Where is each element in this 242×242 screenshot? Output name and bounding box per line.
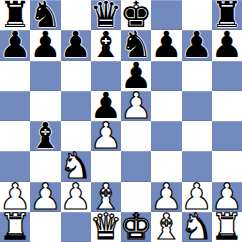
square-g3[interactable] <box>182 151 212 181</box>
square-b1[interactable] <box>30 212 60 242</box>
piece-white-pawn[interactable]: ♟ <box>91 121 121 151</box>
square-f3[interactable] <box>151 151 181 181</box>
square-f2[interactable]: ♟ <box>151 182 181 212</box>
square-f4[interactable] <box>151 121 181 151</box>
square-g2[interactable]: ♟ <box>182 182 212 212</box>
square-f6[interactable] <box>151 61 181 91</box>
piece-white-pawn[interactable]: ♟ <box>61 182 91 212</box>
piece-black-king[interactable]: ♚ <box>121 0 151 30</box>
square-g8[interactable] <box>182 0 212 30</box>
piece-black-pawn[interactable]: ♟ <box>151 30 181 60</box>
square-d8[interactable]: ♛ <box>91 0 121 30</box>
piece-white-pawn[interactable]: ♟ <box>212 182 242 212</box>
piece-black-rook[interactable]: ♜ <box>212 0 242 30</box>
square-h5[interactable] <box>212 91 242 121</box>
piece-black-pawn[interactable]: ♟ <box>30 30 60 60</box>
square-a4[interactable] <box>0 121 30 151</box>
piece-black-pawn[interactable]: ♟ <box>212 30 242 60</box>
square-c6[interactable] <box>61 61 91 91</box>
piece-white-bishop[interactable]: ♝ <box>91 182 121 212</box>
square-h7[interactable]: ♟ <box>212 30 242 60</box>
square-h4[interactable] <box>212 121 242 151</box>
piece-white-knight[interactable]: ♞ <box>182 212 212 242</box>
piece-white-rook[interactable]: ♜ <box>212 212 242 242</box>
square-f8[interactable] <box>151 0 181 30</box>
square-e8[interactable]: ♚ <box>121 0 151 30</box>
square-e7[interactable]: ♞ <box>121 30 151 60</box>
square-e2[interactable] <box>121 182 151 212</box>
square-a5[interactable] <box>0 91 30 121</box>
piece-black-pawn[interactable]: ♟ <box>0 30 30 60</box>
piece-black-knight[interactable]: ♞ <box>30 0 60 30</box>
square-b6[interactable] <box>30 61 60 91</box>
square-e3[interactable] <box>121 151 151 181</box>
piece-white-king[interactable]: ♚ <box>121 212 151 242</box>
piece-white-bishop[interactable]: ♝ <box>151 212 181 242</box>
square-d3[interactable] <box>91 151 121 181</box>
square-h6[interactable] <box>212 61 242 91</box>
square-h3[interactable] <box>212 151 242 181</box>
square-d5[interactable]: ♟ <box>91 91 121 121</box>
square-d2[interactable]: ♝ <box>91 182 121 212</box>
square-e6[interactable]: ♟ <box>121 61 151 91</box>
square-c7[interactable]: ♟ <box>61 30 91 60</box>
piece-white-pawn[interactable]: ♟ <box>30 182 60 212</box>
square-b5[interactable] <box>30 91 60 121</box>
piece-black-rook[interactable]: ♜ <box>0 0 30 30</box>
square-f5[interactable] <box>151 91 181 121</box>
square-b8[interactable]: ♞ <box>30 0 60 30</box>
piece-black-pawn[interactable]: ♟ <box>91 91 121 121</box>
square-f7[interactable]: ♟ <box>151 30 181 60</box>
piece-black-bishop[interactable]: ♝ <box>30 121 60 151</box>
piece-black-knight[interactable]: ♞ <box>121 30 151 60</box>
square-a7[interactable]: ♟ <box>0 30 30 60</box>
square-a8[interactable]: ♜ <box>0 0 30 30</box>
square-c5[interactable] <box>61 91 91 121</box>
piece-black-pawn[interactable]: ♟ <box>121 61 151 91</box>
square-h2[interactable]: ♟ <box>212 182 242 212</box>
piece-white-pawn[interactable]: ♟ <box>151 182 181 212</box>
square-e4[interactable] <box>121 121 151 151</box>
square-c1[interactable] <box>61 212 91 242</box>
piece-white-knight[interactable]: ♞ <box>61 151 91 181</box>
square-b7[interactable]: ♟ <box>30 30 60 60</box>
square-g1[interactable]: ♞ <box>182 212 212 242</box>
square-g4[interactable] <box>182 121 212 151</box>
piece-white-rook[interactable]: ♜ <box>0 212 30 242</box>
square-g6[interactable] <box>182 61 212 91</box>
square-c2[interactable]: ♟ <box>61 182 91 212</box>
square-c3[interactable]: ♞ <box>61 151 91 181</box>
square-d7[interactable]: ♝ <box>91 30 121 60</box>
piece-white-pawn[interactable]: ♟ <box>0 182 30 212</box>
piece-black-pawn[interactable]: ♟ <box>182 30 212 60</box>
square-e1[interactable]: ♚ <box>121 212 151 242</box>
square-b2[interactable]: ♟ <box>30 182 60 212</box>
square-h8[interactable]: ♜ <box>212 0 242 30</box>
square-c4[interactable] <box>61 121 91 151</box>
square-f1[interactable]: ♝ <box>151 212 181 242</box>
square-b3[interactable] <box>30 151 60 181</box>
square-a2[interactable]: ♟ <box>0 182 30 212</box>
piece-white-pawn[interactable]: ♟ <box>121 91 151 121</box>
square-h1[interactable]: ♜ <box>212 212 242 242</box>
square-c8[interactable] <box>61 0 91 30</box>
piece-black-bishop[interactable]: ♝ <box>91 30 121 60</box>
piece-white-pawn[interactable]: ♟ <box>182 182 212 212</box>
chess-board: ♜♞♛♚♜♟♟♟♝♞♟♟♟♟♟♟♝♟♞♟♟♟♝♟♟♟♜♛♚♝♞♜ <box>0 0 242 242</box>
square-a1[interactable]: ♜ <box>0 212 30 242</box>
square-g7[interactable]: ♟ <box>182 30 212 60</box>
square-g5[interactable] <box>182 91 212 121</box>
square-b4[interactable]: ♝ <box>30 121 60 151</box>
piece-white-queen[interactable]: ♛ <box>91 212 121 242</box>
square-d4[interactable]: ♟ <box>91 121 121 151</box>
piece-black-queen[interactable]: ♛ <box>91 0 121 30</box>
piece-black-pawn[interactable]: ♟ <box>61 30 91 60</box>
square-d6[interactable] <box>91 61 121 91</box>
square-d1[interactable]: ♛ <box>91 212 121 242</box>
square-a6[interactable] <box>0 61 30 91</box>
square-e5[interactable]: ♟ <box>121 91 151 121</box>
square-a3[interactable] <box>0 151 30 181</box>
